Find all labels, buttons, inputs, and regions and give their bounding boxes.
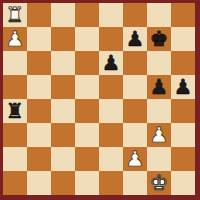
square-c5[interactable] (51, 75, 75, 99)
square-b6[interactable] (27, 51, 51, 75)
square-h5[interactable]: ♟ (171, 75, 195, 99)
black-pawn-piece: ♟ (171, 75, 195, 99)
square-f6[interactable] (123, 51, 147, 75)
square-f4[interactable] (123, 99, 147, 123)
square-h7[interactable] (171, 27, 195, 51)
square-a1[interactable] (3, 171, 27, 195)
square-c3[interactable] (51, 123, 75, 147)
square-d4[interactable] (75, 99, 99, 123)
square-f8[interactable] (123, 3, 147, 27)
square-b4[interactable] (27, 99, 51, 123)
square-f7[interactable]: ♟ (123, 27, 147, 51)
square-b7[interactable] (27, 27, 51, 51)
square-a6[interactable] (3, 51, 27, 75)
square-e1[interactable] (99, 171, 123, 195)
square-h1[interactable] (171, 171, 195, 195)
square-e2[interactable] (99, 147, 123, 171)
black-pawn-piece: ♟ (147, 75, 171, 99)
square-e4[interactable] (99, 99, 123, 123)
square-c2[interactable] (51, 147, 75, 171)
square-f1[interactable] (123, 171, 147, 195)
square-g4[interactable] (147, 99, 171, 123)
square-e8[interactable] (99, 3, 123, 27)
square-d2[interactable] (75, 147, 99, 171)
square-g8[interactable] (147, 3, 171, 27)
square-a3[interactable] (3, 123, 27, 147)
square-a8[interactable]: ♜ (3, 3, 27, 27)
white-pawn-piece: ♟ (147, 123, 171, 147)
black-king-piece: ♚ (147, 27, 171, 51)
white-pawn-piece: ♟ (3, 27, 27, 51)
square-c7[interactable] (51, 27, 75, 51)
square-h3[interactable] (171, 123, 195, 147)
square-b5[interactable] (27, 75, 51, 99)
square-c8[interactable] (51, 3, 75, 27)
square-c1[interactable] (51, 171, 75, 195)
square-g6[interactable] (147, 51, 171, 75)
square-h6[interactable] (171, 51, 195, 75)
black-rook-piece: ♜ (3, 99, 27, 123)
square-b1[interactable] (27, 171, 51, 195)
square-f5[interactable] (123, 75, 147, 99)
square-e3[interactable] (99, 123, 123, 147)
square-g3[interactable]: ♟ (147, 123, 171, 147)
white-pawn-piece: ♟ (123, 147, 147, 171)
square-d3[interactable] (75, 123, 99, 147)
square-g5[interactable]: ♟ (147, 75, 171, 99)
square-d5[interactable] (75, 75, 99, 99)
square-h2[interactable] (171, 147, 195, 171)
square-f3[interactable] (123, 123, 147, 147)
square-b8[interactable] (27, 3, 51, 27)
square-g7[interactable]: ♚ (147, 27, 171, 51)
square-d6[interactable] (75, 51, 99, 75)
square-a7[interactable]: ♟ (3, 27, 27, 51)
square-d1[interactable] (75, 171, 99, 195)
square-e6[interactable]: ♟ (99, 51, 123, 75)
square-a5[interactable] (3, 75, 27, 99)
square-h8[interactable] (171, 3, 195, 27)
square-d8[interactable] (75, 3, 99, 27)
square-b3[interactable] (27, 123, 51, 147)
black-pawn-piece: ♟ (99, 51, 123, 75)
square-c4[interactable] (51, 99, 75, 123)
square-h4[interactable] (171, 99, 195, 123)
square-e5[interactable] (99, 75, 123, 99)
square-e7[interactable] (99, 27, 123, 51)
square-c6[interactable] (51, 51, 75, 75)
square-b2[interactable] (27, 147, 51, 171)
square-f2[interactable]: ♟ (123, 147, 147, 171)
black-pawn-piece: ♟ (123, 27, 147, 51)
square-g2[interactable] (147, 147, 171, 171)
white-rook-piece: ♜ (3, 3, 27, 27)
square-d7[interactable] (75, 27, 99, 51)
chess-board: ♜♟♟♚♟♟♟♜♟♟♚ (3, 3, 195, 195)
square-a2[interactable] (3, 147, 27, 171)
square-g1[interactable]: ♚ (147, 171, 171, 195)
white-king-piece: ♚ (147, 171, 171, 195)
square-a4[interactable]: ♜ (3, 99, 27, 123)
board-frame: ♜♟♟♚♟♟♟♜♟♟♚ (0, 0, 200, 200)
